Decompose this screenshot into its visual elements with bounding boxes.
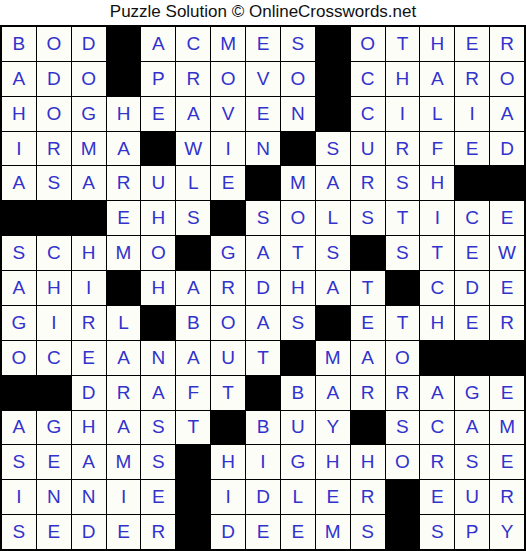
letter-cell-r1c15: R	[490, 27, 524, 61]
letter-cell-r9c8: A	[246, 306, 280, 340]
letter-cell-r3c11: C	[351, 97, 385, 131]
letter-cell-r6c14: C	[455, 201, 489, 235]
letter-cell-r13c3: A	[72, 445, 106, 479]
letter-cell-r12c13: C	[420, 411, 454, 445]
letter-cell-r13c9: G	[281, 445, 315, 479]
letter-cell-r4c6: W	[176, 132, 210, 166]
black-cell-r10c15	[490, 341, 524, 375]
page-title: Puzzle Solution © OnlineCrosswords.net	[0, 0, 526, 25]
letter-cell-r13c11: H	[351, 445, 385, 479]
letter-cell-r2c6: R	[176, 62, 210, 96]
letter-cell-r5c7: E	[211, 166, 245, 200]
letter-cell-r13c12: O	[386, 445, 420, 479]
letter-cell-r10c7: U	[211, 341, 245, 375]
black-cell-r6c7	[211, 201, 245, 235]
letter-cell-r12c9: U	[281, 411, 315, 445]
letter-cell-r7c12: S	[386, 236, 420, 270]
letter-cell-r11c7: T	[211, 376, 245, 410]
letter-cell-r8c6: A	[176, 271, 210, 305]
letter-cell-r7c3: H	[72, 236, 106, 270]
letter-cell-r2c11: C	[351, 62, 385, 96]
letter-cell-r3c4: H	[107, 97, 141, 131]
letter-cell-r3c7: V	[211, 97, 245, 131]
letter-cell-r9c11: E	[351, 306, 385, 340]
letter-cell-r15c8: E	[246, 515, 280, 549]
letter-cell-r9c14: E	[455, 306, 489, 340]
black-cell-r10c14	[455, 341, 489, 375]
letter-cell-r7c15: W	[490, 236, 524, 270]
letter-cell-r1c8: E	[246, 27, 280, 61]
letter-cell-r4c11: U	[351, 132, 385, 166]
letter-cell-r1c9: S	[281, 27, 315, 61]
letter-cell-r5c2: S	[37, 166, 71, 200]
letter-cell-r14c15: R	[490, 480, 524, 514]
letter-cell-r7c8: A	[246, 236, 280, 270]
black-cell-r8c12	[386, 271, 420, 305]
letter-cell-r12c15: M	[490, 411, 524, 445]
letter-cell-r13c1: S	[2, 445, 36, 479]
letter-cell-r8c1: A	[2, 271, 36, 305]
letter-cell-r2c13: A	[420, 62, 454, 96]
letter-cell-r5c5: U	[141, 166, 175, 200]
letter-cell-r15c4: E	[107, 515, 141, 549]
black-cell-r9c5	[141, 306, 175, 340]
black-cell-r8c4	[107, 271, 141, 305]
letter-cell-r12c5: S	[141, 411, 175, 445]
letter-cell-r13c7: H	[211, 445, 245, 479]
letter-cell-r12c2: G	[37, 411, 71, 445]
letter-cell-r9c1: G	[2, 306, 36, 340]
letter-cell-r11c6: F	[176, 376, 210, 410]
letter-cell-r3c5: E	[141, 97, 175, 131]
letter-cell-r15c7: D	[211, 515, 245, 549]
letter-cell-r8c8: D	[246, 271, 280, 305]
letter-cell-r1c5: A	[141, 27, 175, 61]
letter-cell-r3c1: H	[2, 97, 36, 131]
letter-cell-r8c14: D	[455, 271, 489, 305]
letter-cell-r15c2: E	[37, 515, 71, 549]
letter-cell-r1c12: T	[386, 27, 420, 61]
letter-cell-r12c3: H	[72, 411, 106, 445]
letter-cell-r11c3: D	[72, 376, 106, 410]
letter-cell-r12c10: Y	[316, 411, 350, 445]
letter-cell-r1c7: M	[211, 27, 245, 61]
letter-cell-r4c13: F	[420, 132, 454, 166]
letter-cell-r3c6: A	[176, 97, 210, 131]
letter-cell-r14c5: E	[141, 480, 175, 514]
letter-cell-r1c1: B	[2, 27, 36, 61]
black-cell-r14c6	[176, 480, 210, 514]
letter-cell-r1c14: E	[455, 27, 489, 61]
letter-cell-r9c9: S	[281, 306, 315, 340]
letter-cell-r2c9: O	[281, 62, 315, 96]
letter-cell-r7c2: C	[37, 236, 71, 270]
letter-cell-r11c5: A	[141, 376, 175, 410]
letter-cell-r4c7: I	[211, 132, 245, 166]
black-cell-r9c10	[316, 306, 350, 340]
letter-cell-r15c9: E	[281, 515, 315, 549]
puzzle-solution-page: Puzzle Solution © OnlineCrosswords.net B…	[0, 0, 526, 551]
letter-cell-r9c13: H	[420, 306, 454, 340]
letter-cell-r14c9: L	[281, 480, 315, 514]
black-cell-r1c10	[316, 27, 350, 61]
letter-cell-r1c6: C	[176, 27, 210, 61]
letter-cell-r8c5: H	[141, 271, 175, 305]
letter-cell-r14c3: N	[72, 480, 106, 514]
letter-cell-r6c11: S	[351, 201, 385, 235]
letter-cell-r7c7: G	[211, 236, 245, 270]
letter-cell-r3c2: O	[37, 97, 71, 131]
letter-cell-r2c7: O	[211, 62, 245, 96]
letter-cell-r5c4: R	[107, 166, 141, 200]
letter-cell-r7c9: T	[281, 236, 315, 270]
letter-cell-r3c12: I	[386, 97, 420, 131]
letter-cell-r15c5: R	[141, 515, 175, 549]
letter-cell-r4c4: A	[107, 132, 141, 166]
letter-cell-r12c6: T	[176, 411, 210, 445]
letter-cell-r12c1: A	[2, 411, 36, 445]
black-cell-r14c12	[386, 480, 420, 514]
letter-cell-r7c10: S	[316, 236, 350, 270]
letter-cell-r14c10: E	[316, 480, 350, 514]
letter-cell-r8c7: R	[211, 271, 245, 305]
black-cell-r7c11	[351, 236, 385, 270]
letter-cell-r13c2: E	[37, 445, 71, 479]
letter-cell-r11c13: A	[420, 376, 454, 410]
letter-cell-r7c13: T	[420, 236, 454, 270]
letter-cell-r11c4: R	[107, 376, 141, 410]
letter-cell-r14c13: E	[420, 480, 454, 514]
letter-cell-r3c3: G	[72, 97, 106, 131]
letter-cell-r4c12: R	[386, 132, 420, 166]
letter-cell-r14c1: I	[2, 480, 36, 514]
letter-cell-r8c11: T	[351, 271, 385, 305]
letter-cell-r3c13: L	[420, 97, 454, 131]
letter-cell-r8c15: E	[490, 271, 524, 305]
letter-cell-r4c14: E	[455, 132, 489, 166]
letter-cell-r2c3: O	[72, 62, 106, 96]
letter-cell-r15c14: P	[455, 515, 489, 549]
letter-cell-r1c11: O	[351, 27, 385, 61]
black-cell-r11c2	[37, 376, 71, 410]
black-cell-r1c4	[107, 27, 141, 61]
letter-cell-r9c2: I	[37, 306, 71, 340]
black-cell-r10c13	[420, 341, 454, 375]
letter-cell-r13c15: E	[490, 445, 524, 479]
letter-cell-r6c4: E	[107, 201, 141, 235]
letter-cell-r2c12: H	[386, 62, 420, 96]
black-cell-r15c6	[176, 515, 210, 549]
letter-cell-r4c2: R	[37, 132, 71, 166]
letter-cell-r12c14: A	[455, 411, 489, 445]
letter-cell-r14c11: R	[351, 480, 385, 514]
letter-cell-r9c7: O	[211, 306, 245, 340]
black-cell-r4c5	[141, 132, 175, 166]
letter-cell-r7c4: M	[107, 236, 141, 270]
letter-cell-r5c6: L	[176, 166, 210, 200]
letter-cell-r6c8: S	[246, 201, 280, 235]
black-cell-r12c11	[351, 411, 385, 445]
letter-cell-r15c3: D	[72, 515, 106, 549]
letter-cell-r4c10: S	[316, 132, 350, 166]
letter-cell-r10c12: O	[386, 341, 420, 375]
black-cell-r5c8	[246, 166, 280, 200]
letter-cell-r5c1: A	[2, 166, 36, 200]
letter-cell-r9c3: R	[72, 306, 106, 340]
letter-cell-r4c3: M	[72, 132, 106, 166]
letter-cell-r14c7: I	[211, 480, 245, 514]
letter-cell-r14c2: N	[37, 480, 71, 514]
letter-cell-r2c1: A	[2, 62, 36, 96]
letter-cell-r6c15: E	[490, 201, 524, 235]
letter-cell-r15c1: S	[2, 515, 36, 549]
letter-cell-r3c9: N	[281, 97, 315, 131]
letter-cell-r11c15: E	[490, 376, 524, 410]
letter-cell-r15c15: Y	[490, 515, 524, 549]
letter-cell-r10c6: A	[176, 341, 210, 375]
crossword-grid: BODACMESOTHERADOPROVOCHAROHOGHEAVENCILIA…	[0, 25, 526, 551]
letter-cell-r7c14: E	[455, 236, 489, 270]
black-cell-r15c12	[386, 515, 420, 549]
letter-cell-r1c13: H	[420, 27, 454, 61]
letter-cell-r8c13: C	[420, 271, 454, 305]
letter-cell-r5c13: H	[420, 166, 454, 200]
letter-cell-r8c3: I	[72, 271, 106, 305]
letter-cell-r9c6: B	[176, 306, 210, 340]
black-cell-r5c15	[490, 166, 524, 200]
letter-cell-r11c11: R	[351, 376, 385, 410]
letter-cell-r8c10: A	[316, 271, 350, 305]
letter-cell-r11c10: A	[316, 376, 350, 410]
letter-cell-r13c4: M	[107, 445, 141, 479]
black-cell-r2c4	[107, 62, 141, 96]
letter-cell-r9c12: T	[386, 306, 420, 340]
letter-cell-r2c2: D	[37, 62, 71, 96]
letter-cell-r7c1: S	[2, 236, 36, 270]
letter-cell-r14c14: U	[455, 480, 489, 514]
letter-cell-r13c8: I	[246, 445, 280, 479]
letter-cell-r2c14: R	[455, 62, 489, 96]
letter-cell-r11c9: B	[281, 376, 315, 410]
letter-cell-r11c12: R	[386, 376, 420, 410]
letter-cell-r10c8: T	[246, 341, 280, 375]
black-cell-r3c10	[316, 97, 350, 131]
letter-cell-r10c4: A	[107, 341, 141, 375]
letter-cell-r13c10: H	[316, 445, 350, 479]
letter-cell-r4c1: I	[2, 132, 36, 166]
letter-cell-r10c5: N	[141, 341, 175, 375]
letter-cell-r12c4: A	[107, 411, 141, 445]
letter-cell-r6c5: H	[141, 201, 175, 235]
letter-cell-r10c11: A	[351, 341, 385, 375]
black-cell-r6c3	[72, 201, 106, 235]
letter-cell-r10c10: M	[316, 341, 350, 375]
letter-cell-r8c9: H	[281, 271, 315, 305]
black-cell-r2c10	[316, 62, 350, 96]
letter-cell-r5c9: M	[281, 166, 315, 200]
letter-cell-r10c3: E	[72, 341, 106, 375]
black-cell-r12c7	[211, 411, 245, 445]
black-cell-r6c1	[2, 201, 36, 235]
letter-cell-r5c3: A	[72, 166, 106, 200]
letter-cell-r11c14: G	[455, 376, 489, 410]
letter-cell-r13c14: S	[455, 445, 489, 479]
letter-cell-r3c8: E	[246, 97, 280, 131]
letter-cell-r12c8: B	[246, 411, 280, 445]
black-cell-r7c6	[176, 236, 210, 270]
letter-cell-r12c12: S	[386, 411, 420, 445]
letter-cell-r15c11: S	[351, 515, 385, 549]
letter-cell-r5c12: S	[386, 166, 420, 200]
letter-cell-r4c8: N	[246, 132, 280, 166]
letter-cell-r13c5: S	[141, 445, 175, 479]
letter-cell-r2c15: O	[490, 62, 524, 96]
letter-cell-r9c4: L	[107, 306, 141, 340]
letter-cell-r3c14: I	[455, 97, 489, 131]
letter-cell-r1c2: O	[37, 27, 71, 61]
letter-cell-r6c13: I	[420, 201, 454, 235]
letter-cell-r2c8: V	[246, 62, 280, 96]
black-cell-r6c2	[37, 201, 71, 235]
black-cell-r11c8	[246, 376, 280, 410]
letter-cell-r6c9: O	[281, 201, 315, 235]
black-cell-r13c6	[176, 445, 210, 479]
letter-cell-r5c10: A	[316, 166, 350, 200]
letter-cell-r9c15: R	[490, 306, 524, 340]
letter-cell-r6c10: L	[316, 201, 350, 235]
letter-cell-r8c2: H	[37, 271, 71, 305]
letter-cell-r15c13: S	[420, 515, 454, 549]
letter-cell-r6c6: S	[176, 201, 210, 235]
letter-cell-r7c5: O	[141, 236, 175, 270]
letter-cell-r1c3: D	[72, 27, 106, 61]
letter-cell-r6c12: T	[386, 201, 420, 235]
letter-cell-r15c10: M	[316, 515, 350, 549]
letter-cell-r14c4: I	[107, 480, 141, 514]
letter-cell-r5c11: R	[351, 166, 385, 200]
black-cell-r5c14	[455, 166, 489, 200]
black-cell-r4c9	[281, 132, 315, 166]
letter-cell-r3c15: A	[490, 97, 524, 131]
letter-cell-r10c1: O	[2, 341, 36, 375]
letter-cell-r14c8: D	[246, 480, 280, 514]
letter-cell-r2c5: P	[141, 62, 175, 96]
letter-cell-r4c15: D	[490, 132, 524, 166]
letter-cell-r10c2: C	[37, 341, 71, 375]
letter-cell-r13c13: R	[420, 445, 454, 479]
black-cell-r10c9	[281, 341, 315, 375]
black-cell-r11c1	[2, 376, 36, 410]
